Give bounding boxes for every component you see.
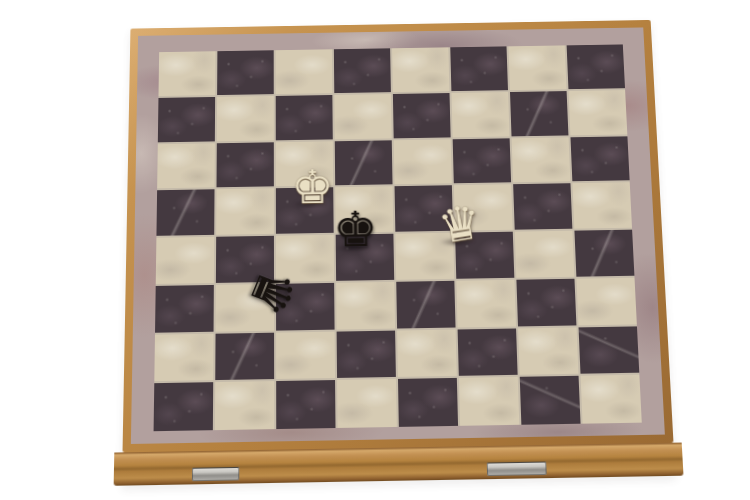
- square-h5: [572, 182, 632, 228]
- square-g4: [515, 231, 575, 278]
- square-b6: [217, 142, 274, 188]
- square-e1: [398, 378, 458, 427]
- square-d5: [335, 186, 393, 232]
- square-d1: [337, 379, 397, 428]
- square-e5: [395, 185, 454, 231]
- square-b4: [216, 236, 274, 283]
- square-h3: [576, 277, 636, 324]
- square-c4: [276, 235, 334, 282]
- square-g5: [513, 183, 572, 229]
- square-f2: [458, 328, 518, 376]
- square-a6: [157, 143, 215, 189]
- square-d6: [335, 140, 393, 186]
- square-f1: [459, 377, 519, 426]
- square-a8: [158, 51, 215, 96]
- square-f3: [456, 280, 516, 327]
- square-e4: [395, 233, 454, 280]
- square-a2: [154, 333, 213, 381]
- photo-stage: ♚♚♛♛: [0, 0, 750, 500]
- square-d8: [334, 48, 391, 93]
- chess-box: ♚♚♛♛: [122, 20, 675, 486]
- square-a7: [158, 97, 215, 142]
- square-a5: [156, 190, 214, 236]
- square-f5: [454, 184, 513, 230]
- square-b8: [217, 50, 274, 95]
- square-a3: [155, 285, 214, 333]
- square-b2: [215, 332, 274, 380]
- stone-border: [131, 27, 665, 444]
- square-b1: [215, 381, 274, 430]
- square-g8: [508, 45, 566, 90]
- square-d3: [336, 282, 395, 330]
- square-e8: [392, 47, 449, 92]
- square-e2: [397, 329, 457, 377]
- square-e7: [393, 93, 451, 138]
- square-c1: [276, 380, 335, 429]
- square-e3: [396, 281, 455, 328]
- square-g2: [518, 327, 578, 375]
- square-e6: [394, 139, 452, 185]
- square-f4: [455, 232, 514, 279]
- square-c5: [276, 187, 334, 233]
- square-c3: [276, 283, 335, 331]
- right-clasp-icon: [487, 461, 547, 476]
- square-f8: [450, 46, 508, 91]
- square-a1: [154, 382, 214, 431]
- square-b5: [216, 188, 274, 234]
- square-c2: [276, 331, 335, 379]
- square-d7: [334, 94, 391, 139]
- square-g1: [520, 376, 581, 425]
- square-c8: [276, 49, 333, 94]
- square-a4: [156, 237, 214, 284]
- square-h8: [567, 44, 625, 88]
- square-h7: [569, 90, 628, 135]
- square-b7: [217, 96, 274, 141]
- square-c7: [276, 95, 333, 140]
- square-c6: [276, 141, 333, 187]
- square-f6: [453, 138, 511, 184]
- square-h2: [579, 326, 640, 374]
- square-h6: [570, 136, 629, 182]
- square-g6: [512, 137, 571, 183]
- square-g7: [510, 91, 568, 136]
- square-d2: [337, 330, 396, 378]
- chess-board: [154, 44, 642, 431]
- square-h1: [581, 375, 642, 424]
- square-d4: [336, 234, 395, 281]
- square-b3: [216, 284, 275, 332]
- square-f7: [451, 92, 509, 137]
- left-clasp-icon: [192, 467, 239, 481]
- board-wood-frame: [123, 20, 674, 452]
- square-h4: [574, 230, 634, 277]
- square-g3: [516, 278, 576, 325]
